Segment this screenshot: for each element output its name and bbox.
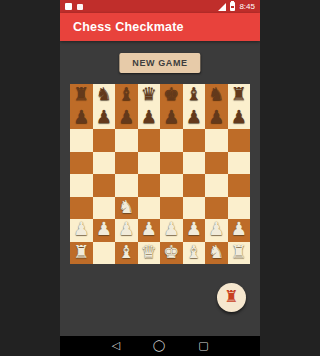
status-bar-left: [65, 3, 83, 10]
piece-white-bishop: ♝: [118, 243, 134, 261]
square-h2[interactable]: ♟: [228, 219, 251, 242]
square-b3[interactable]: [93, 197, 116, 220]
piece-black-pawn: ♟: [208, 108, 224, 126]
page-title: Chess Checkmate: [73, 20, 184, 34]
square-e7[interactable]: ♟: [160, 107, 183, 130]
square-e6[interactable]: [160, 129, 183, 152]
square-g4[interactable]: [205, 174, 228, 197]
square-a1[interactable]: ♜: [70, 242, 93, 265]
square-c8[interactable]: ♝: [115, 84, 138, 107]
piece-black-bishop: ♝: [186, 85, 202, 103]
square-f1[interactable]: ♝: [183, 242, 206, 265]
piece-white-knight: ♞: [208, 243, 224, 261]
piece-white-pawn: ♟: [141, 220, 157, 238]
notification-small-icon: [77, 4, 83, 10]
square-c2[interactable]: ♟: [115, 219, 138, 242]
square-b4[interactable]: [93, 174, 116, 197]
square-h1[interactable]: ♜: [228, 242, 251, 265]
square-h7[interactable]: ♟: [228, 107, 251, 130]
recents-icon[interactable]: ▢: [198, 336, 208, 356]
square-d6[interactable]: [138, 129, 161, 152]
piece-white-rook: ♜: [231, 243, 247, 261]
square-g1[interactable]: ♞: [205, 242, 228, 265]
piece-white-pawn: ♟: [163, 220, 179, 238]
square-e8[interactable]: ♚: [160, 84, 183, 107]
android-nav-bar: ◁ ◯ ▢: [60, 336, 260, 356]
piece-black-queen: ♛: [141, 85, 157, 103]
piece-white-queen: ♛: [141, 243, 157, 261]
new-game-button[interactable]: NEW GAME: [119, 53, 200, 73]
square-d1[interactable]: ♛: [138, 242, 161, 265]
square-c6[interactable]: [115, 129, 138, 152]
square-c4[interactable]: [115, 174, 138, 197]
square-a7[interactable]: ♟: [70, 107, 93, 130]
home-icon[interactable]: ◯: [153, 336, 165, 356]
square-e2[interactable]: ♟: [160, 219, 183, 242]
piece-black-pawn: ♟: [96, 108, 112, 126]
square-d3[interactable]: [138, 197, 161, 220]
square-a3[interactable]: [70, 197, 93, 220]
piece-white-pawn: ♟: [118, 220, 134, 238]
square-e4[interactable]: [160, 174, 183, 197]
square-f7[interactable]: ♟: [183, 107, 206, 130]
piece-white-pawn: ♟: [96, 220, 112, 238]
square-f8[interactable]: ♝: [183, 84, 206, 107]
piece-black-pawn: ♟: [231, 108, 247, 126]
piece-black-bishop: ♝: [118, 85, 134, 103]
square-d5[interactable]: [138, 152, 161, 175]
square-c1[interactable]: ♝: [115, 242, 138, 265]
square-f6[interactable]: [183, 129, 206, 152]
piece-white-pawn: ♟: [231, 220, 247, 238]
square-d4[interactable]: [138, 174, 161, 197]
status-time: 8:45: [239, 0, 255, 13]
square-f2[interactable]: ♟: [183, 219, 206, 242]
square-g8[interactable]: ♞: [205, 84, 228, 107]
square-b6[interactable]: [93, 129, 116, 152]
piece-black-king: ♚: [163, 85, 179, 103]
square-f5[interactable]: [183, 152, 206, 175]
piece-white-bishop: ♝: [186, 243, 202, 261]
square-g3[interactable]: [205, 197, 228, 220]
piece-black-pawn: ♟: [141, 108, 157, 126]
status-bar: 8:45: [60, 0, 260, 13]
square-a6[interactable]: [70, 129, 93, 152]
square-h8[interactable]: ♜: [228, 84, 251, 107]
status-bar-right: 8:45: [218, 0, 255, 13]
square-a8[interactable]: ♜: [70, 84, 93, 107]
piece-white-knight: ♞: [118, 198, 134, 216]
square-c5[interactable]: [115, 152, 138, 175]
fab-button[interactable]: ♜: [217, 283, 246, 312]
square-d2[interactable]: ♟: [138, 219, 161, 242]
square-g5[interactable]: [205, 152, 228, 175]
signal-icon: [218, 3, 226, 11]
square-g7[interactable]: ♟: [205, 107, 228, 130]
square-a2[interactable]: ♟: [70, 219, 93, 242]
piece-black-knight: ♞: [96, 85, 112, 103]
square-e1[interactable]: ♚: [160, 242, 183, 265]
square-e5[interactable]: [160, 152, 183, 175]
square-c3[interactable]: ♞: [115, 197, 138, 220]
piece-black-rook: ♜: [73, 85, 89, 103]
square-g2[interactable]: ♟: [205, 219, 228, 242]
red-rook-icon: ♜: [224, 289, 238, 305]
square-b7[interactable]: ♟: [93, 107, 116, 130]
piece-black-knight: ♞: [208, 85, 224, 103]
app-bar: Chess Checkmate: [60, 13, 260, 41]
piece-black-pawn: ♟: [163, 108, 179, 126]
square-h4[interactable]: [228, 174, 251, 197]
piece-black-pawn: ♟: [118, 108, 134, 126]
square-f3[interactable]: [183, 197, 206, 220]
square-g6[interactable]: [205, 129, 228, 152]
square-h6[interactable]: [228, 129, 251, 152]
piece-white-pawn: ♟: [208, 220, 224, 238]
square-b8[interactable]: ♞: [93, 84, 116, 107]
square-a5[interactable]: [70, 152, 93, 175]
piece-black-pawn: ♟: [186, 108, 202, 126]
notification-square-icon: [65, 3, 72, 10]
square-f4[interactable]: [183, 174, 206, 197]
square-c7[interactable]: ♟: [115, 107, 138, 130]
battery-icon: [230, 2, 235, 11]
square-a4[interactable]: [70, 174, 93, 197]
chess-board[interactable]: ♜♞♝♛♚♝♞♜♟♟♟♟♟♟♟♟♞♟♟♟♟♟♟♟♟♜♝♛♚♝♞♜: [70, 84, 250, 264]
square-b2[interactable]: ♟: [93, 219, 116, 242]
square-h3[interactable]: [228, 197, 251, 220]
piece-white-pawn: ♟: [186, 220, 202, 238]
phone-screen: 8:45 Chess Checkmate NEW GAME ♜♞♝♛♚♝♞♜♟♟…: [60, 0, 260, 356]
piece-white-rook: ♜: [73, 243, 89, 261]
square-b5[interactable]: [93, 152, 116, 175]
piece-white-pawn: ♟: [73, 220, 89, 238]
square-h5[interactable]: [228, 152, 251, 175]
piece-black-pawn: ♟: [73, 108, 89, 126]
square-e3[interactable]: [160, 197, 183, 220]
square-b1[interactable]: [93, 242, 116, 265]
back-icon[interactable]: ◁: [111, 336, 119, 356]
piece-white-king: ♚: [163, 243, 179, 261]
piece-black-rook: ♜: [231, 85, 247, 103]
square-d8[interactable]: ♛: [138, 84, 161, 107]
square-d7[interactable]: ♟: [138, 107, 161, 130]
